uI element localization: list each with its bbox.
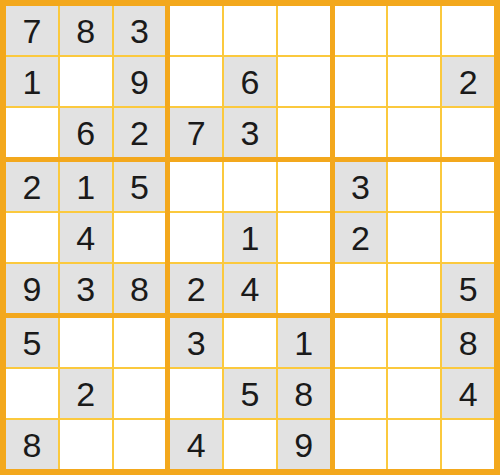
cell-r7c4: 3 (170, 318, 222, 367)
sudoku-box-5: 124 (170, 162, 329, 313)
cell-r2c6[interactable] (278, 57, 330, 106)
cell-r1c2: 8 (60, 6, 112, 55)
cell-r3c8[interactable] (388, 108, 440, 157)
cell-r4c7: 3 (335, 162, 387, 211)
cell-r4c3: 5 (114, 162, 166, 211)
cell-r7c8[interactable] (388, 318, 440, 367)
sudoku-box-6: 325 (335, 162, 494, 313)
cell-r7c7[interactable] (335, 318, 387, 367)
sudoku-box-3: 2 (335, 6, 494, 157)
cell-r9c3[interactable] (114, 420, 166, 469)
cell-r1c8[interactable] (388, 6, 440, 55)
cell-r2c8[interactable] (388, 57, 440, 106)
sudoku-board: 7831962 673 2 2154938 124 325 528 315849… (0, 0, 500, 475)
cell-r8c4[interactable] (170, 369, 222, 418)
cell-r3c5: 3 (224, 108, 276, 157)
cell-r4c8[interactable] (388, 162, 440, 211)
sudoku-box-2: 673 (170, 6, 329, 157)
cell-r8c6: 8 (278, 369, 330, 418)
cell-r4c6[interactable] (278, 162, 330, 211)
cell-r4c9[interactable] (442, 162, 494, 211)
cell-r5c5: 1 (224, 213, 276, 262)
cell-r1c1: 7 (6, 6, 58, 55)
cell-r5c2: 4 (60, 213, 112, 262)
cell-r8c7[interactable] (335, 369, 387, 418)
cell-r3c3: 2 (114, 108, 166, 157)
cell-r8c9: 4 (442, 369, 494, 418)
cell-r6c8[interactable] (388, 264, 440, 313)
cell-r5c9[interactable] (442, 213, 494, 262)
cell-r3c4: 7 (170, 108, 222, 157)
cell-r5c7: 2 (335, 213, 387, 262)
cell-r5c4[interactable] (170, 213, 222, 262)
cell-r5c8[interactable] (388, 213, 440, 262)
cell-r5c3[interactable] (114, 213, 166, 262)
cell-r3c6[interactable] (278, 108, 330, 157)
cell-r8c5: 5 (224, 369, 276, 418)
cell-r5c6[interactable] (278, 213, 330, 262)
sudoku-box-1: 7831962 (6, 6, 165, 157)
cell-r2c7[interactable] (335, 57, 387, 106)
cell-r4c4[interactable] (170, 162, 222, 211)
cell-r2c3: 9 (114, 57, 166, 106)
cell-r2c9: 2 (442, 57, 494, 106)
cell-r5c1[interactable] (6, 213, 58, 262)
cell-r9c7[interactable] (335, 420, 387, 469)
cell-r9c6: 9 (278, 420, 330, 469)
cell-r7c9: 8 (442, 318, 494, 367)
cell-r6c5: 4 (224, 264, 276, 313)
cell-r2c5: 6 (224, 57, 276, 106)
cell-r6c2: 3 (60, 264, 112, 313)
cell-r9c1: 8 (6, 420, 58, 469)
cell-r3c9[interactable] (442, 108, 494, 157)
cell-r1c6[interactable] (278, 6, 330, 55)
cell-r7c2[interactable] (60, 318, 112, 367)
cell-r1c4[interactable] (170, 6, 222, 55)
cell-r8c3[interactable] (114, 369, 166, 418)
cell-r7c1: 5 (6, 318, 58, 367)
sudoku-box-4: 2154938 (6, 162, 165, 313)
cell-r1c7[interactable] (335, 6, 387, 55)
sudoku-box-9: 84 (335, 318, 494, 469)
cell-r8c2: 2 (60, 369, 112, 418)
cell-r9c5[interactable] (224, 420, 276, 469)
cell-r9c2[interactable] (60, 420, 112, 469)
cell-r6c3: 8 (114, 264, 166, 313)
cell-r1c5[interactable] (224, 6, 276, 55)
cell-r6c9: 5 (442, 264, 494, 313)
cell-r8c1[interactable] (6, 369, 58, 418)
cell-r7c3[interactable] (114, 318, 166, 367)
sudoku-box-7: 528 (6, 318, 165, 469)
cell-r7c5[interactable] (224, 318, 276, 367)
cell-r9c9[interactable] (442, 420, 494, 469)
cell-r2c4[interactable] (170, 57, 222, 106)
cell-r3c2: 6 (60, 108, 112, 157)
cell-r6c1: 9 (6, 264, 58, 313)
cell-r4c1: 2 (6, 162, 58, 211)
cell-r3c7[interactable] (335, 108, 387, 157)
cell-r6c6[interactable] (278, 264, 330, 313)
cell-r4c2: 1 (60, 162, 112, 211)
cell-r2c1: 1 (6, 57, 58, 106)
cell-r1c3: 3 (114, 6, 166, 55)
cell-r6c7[interactable] (335, 264, 387, 313)
cell-r7c6: 1 (278, 318, 330, 367)
cell-r1c9[interactable] (442, 6, 494, 55)
cell-r2c2[interactable] (60, 57, 112, 106)
sudoku-box-8: 315849 (170, 318, 329, 469)
cell-r6c4: 2 (170, 264, 222, 313)
cell-r9c4: 4 (170, 420, 222, 469)
cell-r8c8[interactable] (388, 369, 440, 418)
cell-r3c1[interactable] (6, 108, 58, 157)
cell-r9c8[interactable] (388, 420, 440, 469)
cell-r4c5[interactable] (224, 162, 276, 211)
